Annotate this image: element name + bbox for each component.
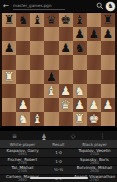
page-title: master_games.pgn xyxy=(13,3,95,8)
square-d2[interactable] xyxy=(44,98,58,112)
title-underline xyxy=(13,9,65,10)
result-cell: 1-0 xyxy=(45,159,72,164)
piece-bK-e8[interactable]: ♚ xyxy=(60,14,71,26)
square-f6[interactable]: ♞ xyxy=(73,41,87,55)
square-g4[interactable] xyxy=(87,70,101,84)
square-f8[interactable]: ♝ xyxy=(73,13,87,27)
piece-bP-d4[interactable]: ♟ xyxy=(46,71,57,83)
piece-wP-b2[interactable]: ♟ xyxy=(18,99,29,111)
game-row[interactable]: Fischer, Robert27851-0Spassky, Boris2660 xyxy=(0,157,117,166)
square-d3[interactable]: ♝ xyxy=(44,84,58,98)
square-d6[interactable] xyxy=(44,41,58,55)
square-b6[interactable] xyxy=(16,41,30,55)
game-row[interactable]: Tal, Mikhail2705½-½Botvinnik, Mikhail263… xyxy=(0,165,117,174)
square-d8[interactable]: ♛ xyxy=(44,13,58,27)
chess-app-screen: ← master_games.pgn ♞ ♜♞♝♛♚♝♜♟♟♟♟♟♞♜♟♝♟♞♟… xyxy=(0,0,117,182)
square-b4[interactable] xyxy=(16,70,30,84)
piece-bP-h7[interactable]: ♟ xyxy=(103,28,114,40)
square-b5[interactable] xyxy=(16,55,30,69)
square-g5[interactable] xyxy=(87,55,101,69)
square-a7[interactable] xyxy=(2,27,16,41)
header-black-player: Black player xyxy=(72,142,117,147)
top-app-bar: ← master_games.pgn ♞ xyxy=(0,0,117,12)
square-d7[interactable] xyxy=(44,27,58,41)
piece-wN-b1[interactable]: ♞ xyxy=(18,113,29,125)
square-g2[interactable]: ♟ xyxy=(87,98,101,112)
piece-bQ-d8[interactable]: ♛ xyxy=(46,14,57,26)
game-result: 1-0 xyxy=(45,159,72,164)
square-c1[interactable]: ♝ xyxy=(30,112,44,126)
piece-wP-g2[interactable]: ♟ xyxy=(88,99,99,111)
piece-bP-f7[interactable]: ♟ xyxy=(74,28,85,40)
square-f7[interactable]: ♟ xyxy=(73,27,87,41)
piece-wP-f2[interactable]: ♟ xyxy=(74,99,85,111)
square-e2[interactable]: ♛ xyxy=(59,98,73,112)
square-b3[interactable] xyxy=(16,84,30,98)
piece-wB-c1[interactable]: ♝ xyxy=(32,113,43,125)
piece-wR-a4[interactable]: ♜ xyxy=(4,71,15,83)
game-result: ½-½ xyxy=(45,167,72,172)
white-player-cell: Kasparov, Garry2851 xyxy=(0,149,45,157)
result-cell: 1-0 xyxy=(45,150,72,155)
square-c4[interactable] xyxy=(30,70,44,84)
white-player-rating: 2785 xyxy=(0,162,45,166)
header-result: Result xyxy=(45,142,72,147)
square-d4[interactable]: ♟ xyxy=(44,70,58,84)
square-c5[interactable] xyxy=(30,55,44,69)
black-player-cell: Topalov, Veselin2700 xyxy=(72,149,117,157)
square-b7[interactable] xyxy=(16,27,30,41)
black-player-rating: 2792 xyxy=(72,179,117,182)
square-h6[interactable] xyxy=(101,41,115,55)
black-player-cell: Spassky, Boris2660 xyxy=(72,158,117,166)
piece-wN-f3[interactable]: ♞ xyxy=(74,85,85,97)
square-g1[interactable]: ♚ xyxy=(87,112,101,126)
square-g8[interactable] xyxy=(87,13,101,27)
square-a8[interactable]: ♜ xyxy=(2,13,16,27)
piece-wP-e3[interactable]: ♟ xyxy=(60,85,71,97)
tab-bar: ≡ ♟ ◇ ⋮ xyxy=(0,131,117,140)
square-e7[interactable] xyxy=(59,27,73,41)
square-a1[interactable] xyxy=(2,112,16,126)
square-a6[interactable]: ♟ xyxy=(2,41,16,55)
chess-board[interactable]: ♜♞♝♛♚♝♜♟♟♟♟♟♞♜♟♝♟♞♟♛♟♟♟♞♝♜♚ xyxy=(0,12,117,128)
square-g3[interactable] xyxy=(87,84,101,98)
scrollbar-handle[interactable] xyxy=(30,177,88,179)
square-f3[interactable]: ♞ xyxy=(73,84,87,98)
piece-bP-e6[interactable]: ♟ xyxy=(60,42,71,54)
square-h2[interactable]: ♟ xyxy=(101,98,115,112)
square-c6[interactable] xyxy=(30,41,44,55)
square-h7[interactable]: ♟ xyxy=(101,27,115,41)
square-b1[interactable]: ♞ xyxy=(16,112,30,126)
square-e5[interactable] xyxy=(59,55,73,69)
profile-avatar-knight-icon[interactable]: ♞ xyxy=(106,2,115,11)
square-f2[interactable]: ♟ xyxy=(73,98,87,112)
piece-wQ-e2[interactable]: ♛ xyxy=(60,99,71,111)
white-player-cell: Tal, Mikhail2705 xyxy=(0,166,45,174)
square-h3[interactable] xyxy=(101,84,115,98)
square-d5[interactable] xyxy=(44,55,58,69)
header-white-player: White player xyxy=(0,142,45,147)
square-e1[interactable] xyxy=(59,112,73,126)
square-c3[interactable] xyxy=(30,84,44,98)
square-h8[interactable]: ♜ xyxy=(101,13,115,27)
square-b8[interactable]: ♞ xyxy=(16,13,30,27)
square-c2[interactable] xyxy=(30,98,44,112)
tab-pieces-icon[interactable]: ♟ xyxy=(29,131,58,140)
square-e6[interactable]: ♟ xyxy=(59,41,73,55)
piece-bB-c8[interactable]: ♝ xyxy=(32,14,43,26)
search-icon[interactable] xyxy=(95,1,104,11)
square-c7[interactable] xyxy=(30,27,44,41)
square-e4[interactable] xyxy=(59,70,73,84)
piece-wB-d3[interactable]: ♝ xyxy=(46,85,57,97)
piece-bR-h8[interactable]: ♜ xyxy=(103,14,114,26)
square-h4[interactable] xyxy=(101,70,115,84)
piece-bN-f6[interactable]: ♞ xyxy=(74,42,85,54)
square-e3[interactable]: ♟ xyxy=(59,84,73,98)
piece-wK-g1[interactable]: ♚ xyxy=(88,113,99,125)
back-arrow-icon[interactable]: ← xyxy=(2,0,10,12)
tab-analysis-icon[interactable]: ◇ xyxy=(59,131,88,140)
square-a4[interactable]: ♜ xyxy=(2,70,16,84)
piece-wR-f1[interactable]: ♜ xyxy=(74,113,85,125)
game-row[interactable]: Kasparov, Garry28511-0Topalov, Veselin27… xyxy=(0,148,117,157)
bottom-panel: ≡ ♟ ◇ ⋮ White player Result Black player… xyxy=(0,131,117,182)
square-f4[interactable] xyxy=(73,70,87,84)
square-a2[interactable] xyxy=(2,98,16,112)
black-player-rating: 2700 xyxy=(72,153,117,157)
piece-bB-f8[interactable]: ♝ xyxy=(74,14,85,26)
title-block: master_games.pgn xyxy=(13,3,95,10)
result-cell: ½-½ xyxy=(45,167,72,172)
piece-bP-g7[interactable]: ♟ xyxy=(88,28,99,40)
game-result: 1-0 xyxy=(45,150,72,155)
square-a5[interactable] xyxy=(2,55,16,69)
square-a3[interactable] xyxy=(2,84,16,98)
tab-games-list-icon[interactable]: ≡ xyxy=(0,131,29,140)
white-player-rating: 2851 xyxy=(0,153,45,157)
square-g7[interactable]: ♟ xyxy=(87,27,101,41)
piece-bR-a8[interactable]: ♜ xyxy=(4,14,15,26)
square-h5[interactable] xyxy=(101,55,115,69)
square-b2[interactable]: ♟ xyxy=(16,98,30,112)
piece-bP-a6[interactable]: ♟ xyxy=(4,42,15,54)
black-player-rating: 2660 xyxy=(72,162,117,166)
square-f1[interactable]: ♜ xyxy=(73,112,87,126)
square-c8[interactable]: ♝ xyxy=(30,13,44,27)
black-player-rating: 2630 xyxy=(72,170,117,174)
tab-more-icon[interactable]: ⋮ xyxy=(88,131,117,140)
white-player-rating: 2882 xyxy=(0,179,45,182)
square-h1[interactable] xyxy=(101,112,115,126)
selected-tab-indicator xyxy=(42,138,46,140)
white-player-cell: Fischer, Robert2785 xyxy=(0,158,45,166)
white-player-rating: 2705 xyxy=(0,170,45,174)
square-f5[interactable] xyxy=(73,55,87,69)
square-g6[interactable] xyxy=(87,41,101,55)
games-table-header: White player Result Black player xyxy=(0,140,117,148)
square-d1[interactable] xyxy=(44,112,58,126)
black-player-cell: Botvinnik, Mikhail2630 xyxy=(72,166,117,174)
piece-wP-h2[interactable]: ♟ xyxy=(103,99,114,111)
square-e8[interactable]: ♚ xyxy=(59,13,73,27)
piece-bN-b8[interactable]: ♞ xyxy=(18,14,29,26)
